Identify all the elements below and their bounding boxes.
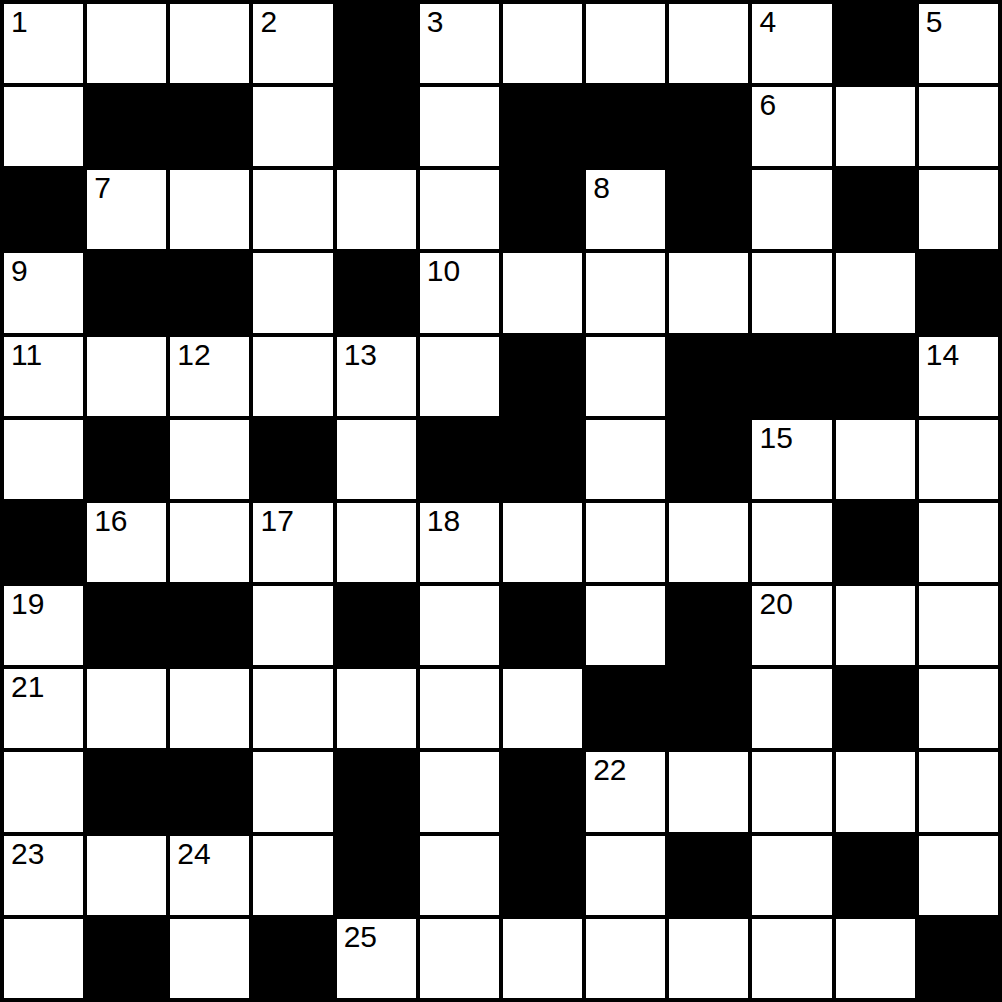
cell-r9c10[interactable] <box>836 752 915 831</box>
clue-number: 16 <box>94 506 127 536</box>
cell-r9c5[interactable] <box>420 752 499 831</box>
black-cell-r9c1 <box>87 752 166 831</box>
cell-r6c1[interactable]: 16 <box>87 503 166 582</box>
black-cell-r6c10 <box>836 503 915 582</box>
cell-r0c6[interactable] <box>503 4 582 83</box>
cell-r2c3[interactable] <box>253 170 332 249</box>
black-cell-r0c4 <box>337 4 416 83</box>
black-cell-r3c11 <box>919 253 998 332</box>
cell-r8c2[interactable] <box>170 669 249 748</box>
black-cell-r1c7 <box>586 87 665 166</box>
cell-r11c8[interactable] <box>669 919 748 998</box>
cell-r4c11[interactable]: 14 <box>919 337 998 416</box>
black-cell-r3c4 <box>337 253 416 332</box>
cell-r6c8[interactable] <box>669 503 748 582</box>
cell-r7c5[interactable] <box>420 586 499 665</box>
cell-r0c11[interactable]: 5 <box>919 4 998 83</box>
cell-r0c3[interactable]: 2 <box>253 4 332 83</box>
clue-number: 24 <box>177 839 210 869</box>
black-cell-r6c0 <box>4 503 83 582</box>
cell-r4c3[interactable] <box>253 337 332 416</box>
black-cell-r10c8 <box>669 836 748 915</box>
cell-r0c9[interactable]: 4 <box>752 4 831 83</box>
cell-r5c7[interactable] <box>586 420 665 499</box>
cell-r8c4[interactable] <box>337 669 416 748</box>
cell-r2c5[interactable] <box>420 170 499 249</box>
clue-number: 9 <box>11 256 28 286</box>
clue-number: 20 <box>759 589 792 619</box>
cell-r11c6[interactable] <box>503 919 582 998</box>
clue-number: 13 <box>344 340 377 370</box>
black-cell-r4c8 <box>669 337 748 416</box>
black-cell-r7c8 <box>669 586 748 665</box>
clue-number: 7 <box>94 173 111 203</box>
cell-r9c3[interactable] <box>253 752 332 831</box>
black-cell-r10c10 <box>836 836 915 915</box>
black-cell-r8c8 <box>669 669 748 748</box>
cell-r10c9[interactable] <box>752 836 831 915</box>
black-cell-r1c8 <box>669 87 748 166</box>
cell-r3c10[interactable] <box>836 253 915 332</box>
cell-r10c11[interactable] <box>919 836 998 915</box>
cell-r7c0[interactable]: 19 <box>4 586 83 665</box>
cell-r4c5[interactable] <box>420 337 499 416</box>
cell-r3c0[interactable]: 9 <box>4 253 83 332</box>
black-cell-r7c6 <box>503 586 582 665</box>
black-cell-r2c8 <box>669 170 748 249</box>
cell-r8c9[interactable] <box>752 669 831 748</box>
clue-number: 6 <box>759 90 776 120</box>
black-cell-r8c10 <box>836 669 915 748</box>
black-cell-r5c3 <box>253 420 332 499</box>
cell-r1c9[interactable]: 6 <box>752 87 831 166</box>
cell-r2c9[interactable] <box>752 170 831 249</box>
cell-r10c0[interactable]: 23 <box>4 836 83 915</box>
cell-r6c11[interactable] <box>919 503 998 582</box>
cell-r8c3[interactable] <box>253 669 332 748</box>
cell-r10c5[interactable] <box>420 836 499 915</box>
black-cell-r10c4 <box>337 836 416 915</box>
black-cell-r5c8 <box>669 420 748 499</box>
cell-r11c4[interactable]: 25 <box>337 919 416 998</box>
cell-r11c0[interactable] <box>4 919 83 998</box>
clue-number: 11 <box>11 340 42 370</box>
black-cell-r10c6 <box>503 836 582 915</box>
black-cell-r1c2 <box>170 87 249 166</box>
cell-r3c3[interactable] <box>253 253 332 332</box>
black-cell-r7c1 <box>87 586 166 665</box>
clue-number: 4 <box>759 7 776 37</box>
cell-r10c3[interactable] <box>253 836 332 915</box>
cell-r7c9[interactable]: 20 <box>752 586 831 665</box>
clue-number: 2 <box>260 7 277 37</box>
cell-r2c7[interactable]: 8 <box>586 170 665 249</box>
cell-r6c6[interactable] <box>503 503 582 582</box>
cell-r5c2[interactable] <box>170 420 249 499</box>
cell-r6c7[interactable] <box>586 503 665 582</box>
clue-number: 23 <box>11 839 44 869</box>
cell-r9c11[interactable] <box>919 752 998 831</box>
cell-r6c2[interactable] <box>170 503 249 582</box>
clue-number: 3 <box>427 7 444 37</box>
clue-number: 17 <box>260 506 293 536</box>
clue-number: 21 <box>11 672 44 702</box>
black-cell-r1c6 <box>503 87 582 166</box>
black-cell-r5c5 <box>420 420 499 499</box>
cell-r11c7[interactable] <box>586 919 665 998</box>
black-cell-r9c4 <box>337 752 416 831</box>
cell-r5c10[interactable] <box>836 420 915 499</box>
black-cell-r5c6 <box>503 420 582 499</box>
clue-number: 5 <box>926 7 943 37</box>
cell-r10c2[interactable]: 24 <box>170 836 249 915</box>
clue-number: 10 <box>427 256 460 286</box>
cell-r0c7[interactable] <box>586 4 665 83</box>
cell-r6c4[interactable] <box>337 503 416 582</box>
cell-r10c7[interactable] <box>586 836 665 915</box>
clue-number: 12 <box>177 340 210 370</box>
cell-r1c5[interactable] <box>420 87 499 166</box>
clue-number: 25 <box>344 922 377 952</box>
black-cell-r8c7 <box>586 669 665 748</box>
cell-r1c3[interactable] <box>253 87 332 166</box>
cell-r6c3[interactable]: 17 <box>253 503 332 582</box>
black-cell-r3c2 <box>170 253 249 332</box>
clue-number: 8 <box>593 173 610 203</box>
cell-r0c1[interactable] <box>87 4 166 83</box>
cell-r5c9[interactable]: 15 <box>752 420 831 499</box>
cell-r0c2[interactable] <box>170 4 249 83</box>
cell-r9c7[interactable]: 22 <box>586 752 665 831</box>
black-cell-r2c10 <box>836 170 915 249</box>
cell-r3c9[interactable] <box>752 253 831 332</box>
black-cell-r4c6 <box>503 337 582 416</box>
black-cell-r9c6 <box>503 752 582 831</box>
cell-r9c0[interactable] <box>4 752 83 831</box>
cell-r1c0[interactable] <box>4 87 83 166</box>
cell-r9c8[interactable] <box>669 752 748 831</box>
black-cell-r11c3 <box>253 919 332 998</box>
cell-r7c3[interactable] <box>253 586 332 665</box>
cell-r0c8[interactable] <box>669 4 748 83</box>
cell-r8c0[interactable]: 21 <box>4 669 83 748</box>
cell-r11c2[interactable] <box>170 919 249 998</box>
cell-r7c10[interactable] <box>836 586 915 665</box>
cell-r2c4[interactable] <box>337 170 416 249</box>
cell-r7c11[interactable] <box>919 586 998 665</box>
clue-number: 15 <box>759 423 792 453</box>
cell-r2c1[interactable]: 7 <box>87 170 166 249</box>
cell-r7c7[interactable] <box>586 586 665 665</box>
clue-number: 22 <box>593 755 626 785</box>
black-cell-r0c10 <box>836 4 915 83</box>
black-cell-r11c1 <box>87 919 166 998</box>
cell-r9c9[interactable] <box>752 752 831 831</box>
black-cell-r2c0 <box>4 170 83 249</box>
clue-number: 14 <box>926 340 959 370</box>
cell-r4c7[interactable] <box>586 337 665 416</box>
black-cell-r2c6 <box>503 170 582 249</box>
cell-r11c10[interactable] <box>836 919 915 998</box>
cell-r5c11[interactable] <box>919 420 998 499</box>
cell-r3c8[interactable] <box>669 253 748 332</box>
black-cell-r3c1 <box>87 253 166 332</box>
black-cell-r9c2 <box>170 752 249 831</box>
cell-r5c4[interactable] <box>337 420 416 499</box>
black-cell-r1c1 <box>87 87 166 166</box>
black-cell-r7c4 <box>337 586 416 665</box>
cell-r4c4[interactable]: 13 <box>337 337 416 416</box>
clue-number: 1 <box>11 7 28 37</box>
black-cell-r5c1 <box>87 420 166 499</box>
cell-r4c1[interactable] <box>87 337 166 416</box>
cell-r2c11[interactable] <box>919 170 998 249</box>
cell-r6c5[interactable]: 18 <box>420 503 499 582</box>
cell-r11c5[interactable] <box>420 919 499 998</box>
black-cell-r11c11 <box>919 919 998 998</box>
black-cell-r1c4 <box>337 87 416 166</box>
cell-r8c5[interactable] <box>420 669 499 748</box>
cell-r1c10[interactable] <box>836 87 915 166</box>
black-cell-r7c2 <box>170 586 249 665</box>
cell-r3c6[interactable] <box>503 253 582 332</box>
black-cell-r4c9 <box>752 337 831 416</box>
cell-r1c11[interactable] <box>919 87 998 166</box>
cell-r11c9[interactable] <box>752 919 831 998</box>
cell-r3c5[interactable]: 10 <box>420 253 499 332</box>
cell-r2c2[interactable] <box>170 170 249 249</box>
cell-r4c0[interactable]: 11 <box>4 337 83 416</box>
clue-number: 18 <box>427 506 460 536</box>
cell-r10c1[interactable] <box>87 836 166 915</box>
cell-r5c0[interactable] <box>4 420 83 499</box>
cell-r8c6[interactable] <box>503 669 582 748</box>
cell-r8c11[interactable] <box>919 669 998 748</box>
cell-r3c7[interactable] <box>586 253 665 332</box>
cell-r6c9[interactable] <box>752 503 831 582</box>
black-cell-r4c10 <box>836 337 915 416</box>
cell-r0c5[interactable]: 3 <box>420 4 499 83</box>
cell-r4c2[interactable]: 12 <box>170 337 249 416</box>
cell-r8c1[interactable] <box>87 669 166 748</box>
crossword-grid: 1234567891011121314151617181920212223242… <box>0 0 1002 1002</box>
clue-number: 19 <box>11 589 44 619</box>
cell-r0c0[interactable]: 1 <box>4 4 83 83</box>
